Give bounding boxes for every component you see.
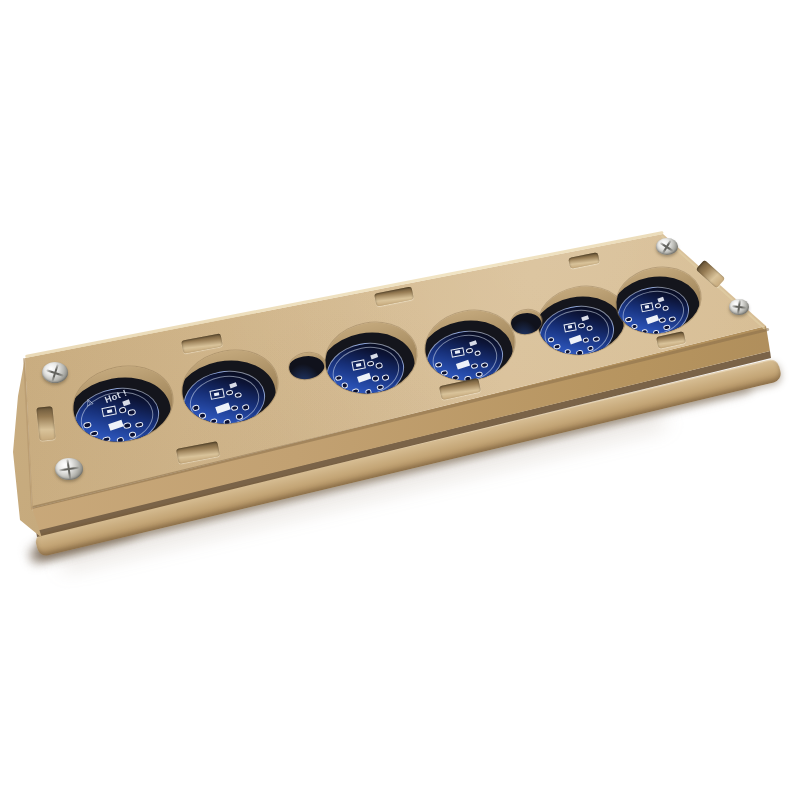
corner-screw-bottom-right: [729, 299, 749, 315]
nixie-clock-case-photo: ⚠ Hot !: [0, 0, 800, 800]
solder-pad: [382, 374, 390, 381]
solder-pad: [547, 337, 554, 343]
solder-pad: [226, 389, 234, 396]
smd-pad: [456, 360, 470, 370]
ic-footprint: [563, 322, 577, 332]
solder-pad: [198, 412, 206, 419]
solder-pad: [234, 392, 242, 399]
smd-pad: [569, 335, 583, 345]
solder-pad: [587, 345, 594, 351]
smd-pad: [215, 402, 230, 413]
solder-pad: [210, 418, 218, 425]
solder-pad: [90, 430, 98, 437]
assembly-slot-bottom-2: [439, 378, 481, 400]
assembly-slot-left-end: [36, 406, 55, 440]
solder-pad: [341, 382, 349, 389]
solder-pad: [375, 363, 383, 370]
warning-triangle-icon: ⚠: [84, 396, 95, 408]
solder-pad: [586, 325, 593, 331]
solder-pad: [470, 363, 478, 369]
solder-pad: [102, 436, 110, 443]
solder-pad: [576, 350, 583, 356]
ic-footprint: [209, 388, 224, 399]
solder-pad: [663, 324, 670, 330]
tube-hole-5: [532, 279, 631, 362]
solder-pad: [127, 409, 135, 416]
solder-pad: [365, 389, 373, 396]
solder-pad: [241, 404, 249, 411]
hole-cavity: [509, 311, 543, 337]
assembly-slot-bottom-3: [656, 331, 686, 349]
assembly-slot-top-1: [181, 333, 223, 353]
tube-hole-6: [611, 260, 707, 340]
smd-pad: [108, 420, 124, 431]
solder-pad: [235, 413, 243, 420]
solder-pad: [631, 323, 638, 329]
solder-pad: [653, 329, 660, 335]
smd-pad: [646, 314, 659, 324]
solder-pad: [564, 349, 571, 355]
solder-pad: [451, 375, 459, 381]
solder-pad: [367, 360, 375, 367]
solder-pad: [128, 431, 136, 438]
solder-pad: [655, 303, 662, 309]
solder-pad: [641, 328, 648, 334]
solder-pad: [662, 305, 669, 311]
solder-pad: [475, 371, 483, 377]
corner-screw-top-right: [656, 238, 678, 255]
assembly-slot-right-end: [696, 260, 726, 288]
solder-pad: [335, 375, 343, 382]
solder-pad: [578, 323, 585, 329]
solder-pad: [553, 344, 560, 350]
smd-pad-small: [370, 353, 378, 359]
solder-pad: [625, 316, 632, 322]
ic-footprint: [102, 405, 118, 417]
smd-pad-small: [122, 399, 131, 406]
solder-pad: [352, 388, 360, 395]
tube-hole-3: [319, 315, 423, 401]
tube-hole-4: [419, 303, 521, 388]
smd-pad-small: [469, 341, 477, 347]
solder-pad: [192, 404, 200, 411]
smd-pad-small: [581, 316, 589, 322]
smd-pad-small: [658, 296, 665, 302]
tube-hole-1: ⚠ Hot !: [67, 358, 179, 450]
ic-footprint: [451, 347, 465, 358]
solder-pad: [582, 337, 589, 343]
solder-pad: [135, 421, 143, 428]
solder-pad: [123, 422, 131, 429]
solder-pad: [118, 406, 126, 413]
left-edge-crease: [23, 358, 33, 510]
solder-pad: [371, 375, 379, 382]
solder-pad: [83, 422, 91, 429]
solder-pad: [592, 336, 599, 342]
assembly-slot-bottom-1: [176, 441, 220, 464]
smd-pad-small: [229, 382, 237, 389]
solder-pad: [659, 317, 666, 323]
smd-pad: [357, 373, 371, 383]
solder-pad: [441, 369, 449, 375]
hole-cavity: [287, 353, 327, 382]
hot-warning-label: Hot !: [103, 387, 128, 405]
solder-pad: [376, 384, 384, 391]
solder-pad: [481, 362, 489, 368]
solder-pad: [435, 362, 443, 368]
ic-footprint: [640, 302, 653, 312]
solder-pad: [474, 350, 482, 356]
tube-hole-2: [176, 343, 284, 432]
assembly-slot-top-3: [568, 252, 600, 269]
solder-pad: [669, 316, 676, 322]
solder-pad: [466, 348, 474, 354]
ic-footprint: [351, 359, 365, 370]
solder-pad: [223, 419, 231, 426]
drop-shadow-ambient: [60, 414, 666, 569]
corner-screw-top-left: [42, 362, 68, 383]
solder-pad: [230, 405, 238, 412]
solder-pad: [116, 437, 124, 444]
assembly-slot-top-2: [374, 286, 414, 306]
colon-hole-1: [287, 350, 327, 382]
corner-screw-bottom-left: [55, 458, 83, 480]
